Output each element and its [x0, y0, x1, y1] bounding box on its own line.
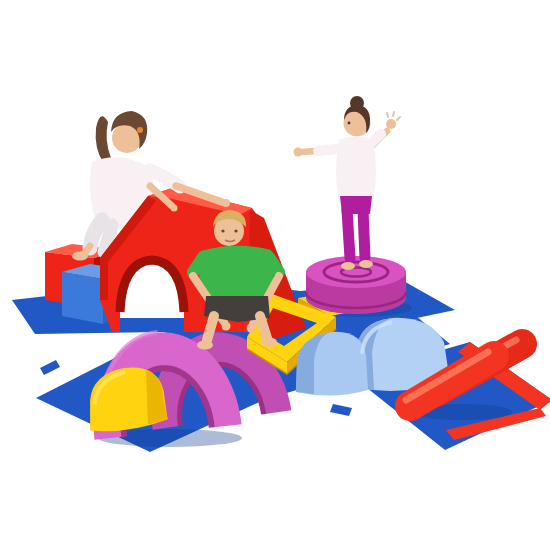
girl1-foot	[72, 252, 88, 261]
scene-canvas	[0, 0, 550, 550]
mat-tab	[330, 404, 352, 416]
girl2-finger	[393, 112, 394, 116]
boy-eye-right	[234, 229, 237, 232]
boy-foot-right	[261, 338, 277, 347]
boy-foot-left	[197, 341, 213, 350]
girl2-finger	[387, 113, 388, 117]
girl1-braid	[96, 116, 111, 162]
girl2-eye	[348, 122, 351, 125]
boy-sleeve-right	[269, 257, 279, 272]
girl2-foot-left	[341, 262, 355, 270]
girl2-finger	[397, 117, 400, 120]
balance-disc	[306, 256, 406, 314]
girl2-leg-right	[363, 210, 365, 258]
blue-block-front	[62, 272, 103, 324]
mat-tab	[40, 360, 60, 375]
girl2-sleeve-left	[318, 148, 344, 151]
arch-opening-floor	[120, 318, 184, 332]
girl2-sleeve-right	[368, 134, 381, 146]
product-photo-soft-play-set	[0, 0, 550, 550]
boy-hand-right	[247, 324, 256, 333]
girl2-palm-right	[386, 119, 396, 129]
boy-sleeve-left	[193, 257, 203, 272]
girl1-hand	[222, 199, 230, 207]
boy-leg-right	[260, 316, 267, 338]
girl-balancing	[294, 96, 401, 270]
girl2-leg-left	[347, 210, 350, 258]
girl2-foot-right	[359, 260, 373, 268]
girl1-hairband	[137, 127, 143, 133]
girl2-hand-left	[294, 148, 303, 157]
girl1-second-hand	[171, 205, 178, 212]
boy-hand-left	[222, 322, 231, 331]
boy-leg-left	[207, 316, 214, 340]
boy-shirt	[199, 246, 274, 300]
boy-eye-left	[221, 229, 224, 232]
